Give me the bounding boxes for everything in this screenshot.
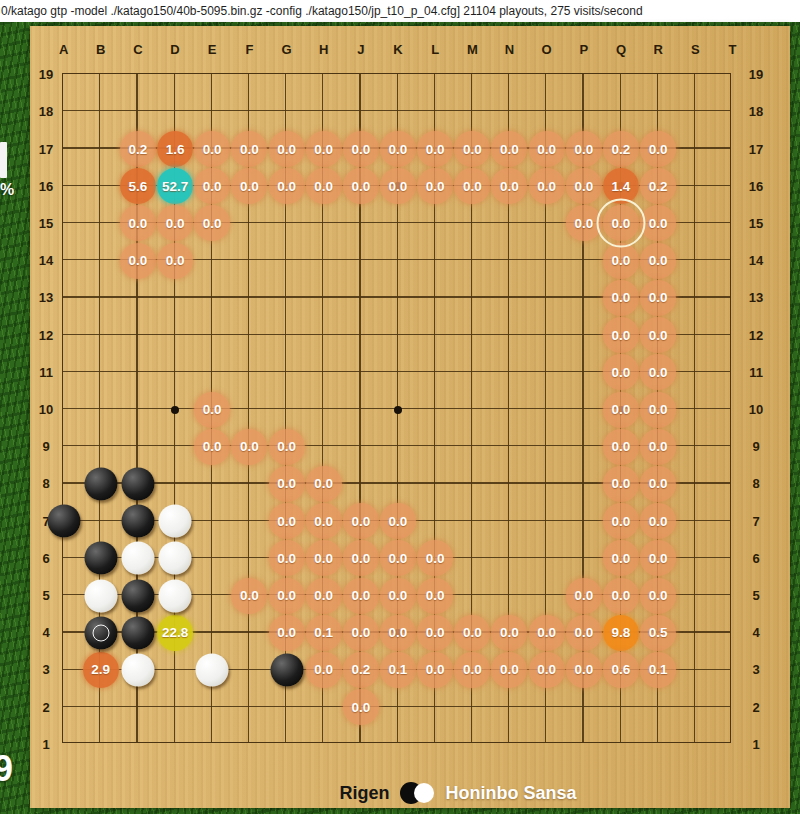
board-intersection[interactable] (119, 428, 156, 465)
analysis-move-circle[interactable]: 0.0 (157, 205, 193, 241)
analysis-move-circle[interactable]: 0.0 (640, 392, 676, 428)
board-intersection[interactable] (454, 242, 491, 279)
analysis-move-circle[interactable]: 0.0 (640, 578, 676, 614)
board-intersection[interactable] (677, 428, 714, 465)
board-intersection[interactable] (714, 354, 751, 391)
board-intersection[interactable] (528, 316, 565, 353)
analysis-move-circle[interactable]: 0.0 (343, 540, 379, 576)
analysis-move-circle[interactable]: 0.0 (306, 131, 342, 167)
board-intersection[interactable] (82, 205, 119, 242)
board-intersection[interactable] (231, 614, 268, 651)
analysis-move-circle[interactable]: 0.0 (269, 429, 305, 465)
analysis-move-circle[interactable]: 0.0 (306, 503, 342, 539)
analysis-move-circle[interactable]: 0.0 (380, 615, 416, 651)
board-intersection[interactable] (491, 354, 528, 391)
board-intersection[interactable] (82, 56, 119, 93)
analysis-move-circle[interactable]: 0.0 (231, 131, 267, 167)
board-intersection[interactable] (677, 279, 714, 316)
analysis-move-circle[interactable]: 0.0 (194, 131, 230, 167)
analysis-move-circle[interactable]: 0.0 (566, 578, 602, 614)
board-intersection[interactable] (45, 279, 82, 316)
board-intersection[interactable] (379, 354, 416, 391)
analysis-move-circle[interactable]: 0.0 (454, 168, 490, 204)
analysis-move-circle[interactable]: 0.0 (380, 578, 416, 614)
board-intersection[interactable] (45, 56, 82, 93)
analysis-move-circle[interactable]: 9.8 (603, 615, 639, 651)
analysis-move-circle[interactable]: 5.6 (120, 168, 156, 204)
board-intersection[interactable] (491, 279, 528, 316)
board-intersection[interactable] (231, 465, 268, 502)
board-intersection[interactable] (677, 614, 714, 651)
board-intersection[interactable] (231, 242, 268, 279)
board-intersection[interactable] (305, 316, 342, 353)
board-intersection[interactable] (714, 503, 751, 540)
board-intersection[interactable] (714, 205, 751, 242)
board-intersection[interactable] (640, 56, 677, 93)
analysis-move-circle[interactable]: 0.0 (491, 131, 527, 167)
board-intersection[interactable] (714, 279, 751, 316)
board-intersection[interactable] (231, 726, 268, 763)
analysis-move-circle[interactable]: 0.0 (306, 540, 342, 576)
analysis-move-circle[interactable]: 0.6 (603, 652, 639, 688)
analysis-move-circle[interactable]: 0.0 (269, 168, 305, 204)
board-intersection[interactable] (677, 391, 714, 428)
analysis-move-circle[interactable]: 0.2 (120, 131, 156, 167)
board-intersection[interactable] (156, 354, 193, 391)
analysis-move-circle[interactable]: 0.0 (269, 578, 305, 614)
analysis-move-circle[interactable]: 0.0 (603, 280, 639, 316)
board-intersection[interactable] (379, 56, 416, 93)
board-intersection[interactable] (194, 279, 231, 316)
board-intersection[interactable] (379, 93, 416, 130)
board-intersection[interactable] (268, 205, 305, 242)
board-intersection[interactable] (565, 689, 602, 726)
board-intersection[interactable] (714, 465, 751, 502)
analysis-move-circle[interactable]: 0.0 (603, 540, 639, 576)
board-intersection[interactable] (417, 93, 454, 130)
board-intersection[interactable] (119, 93, 156, 130)
board-intersection[interactable] (491, 316, 528, 353)
board-intersection[interactable] (194, 93, 231, 130)
board-intersection[interactable] (268, 726, 305, 763)
board-intersection[interactable] (82, 279, 119, 316)
board-intersection[interactable] (454, 503, 491, 540)
board-intersection[interactable] (714, 428, 751, 465)
board-intersection[interactable] (231, 391, 268, 428)
board-intersection[interactable] (417, 465, 454, 502)
analysis-move-circle[interactable]: 0.0 (640, 243, 676, 279)
board-intersection[interactable] (119, 726, 156, 763)
board-intersection[interactable] (119, 391, 156, 428)
board-intersection[interactable] (528, 391, 565, 428)
analysis-move-circle[interactable]: 0.0 (269, 131, 305, 167)
board-intersection[interactable] (454, 689, 491, 726)
board-intersection[interactable] (231, 540, 268, 577)
analysis-move-circle[interactable]: 0.0 (640, 131, 676, 167)
board-intersection[interactable] (268, 242, 305, 279)
board-intersection[interactable] (194, 577, 231, 614)
analysis-move-circle[interactable]: 0.0 (417, 168, 453, 204)
board-intersection[interactable] (714, 614, 751, 651)
board-intersection[interactable] (305, 279, 342, 316)
analysis-move-circle[interactable]: 0.0 (343, 615, 379, 651)
board-intersection[interactable] (528, 242, 565, 279)
board-intersection[interactable] (45, 465, 82, 502)
board-intersection[interactable] (45, 354, 82, 391)
board-intersection[interactable] (640, 689, 677, 726)
board-intersection[interactable] (491, 428, 528, 465)
board-intersection[interactable] (305, 242, 342, 279)
analysis-move-circle[interactable]: 0.0 (417, 652, 453, 688)
board-intersection[interactable] (342, 316, 379, 353)
board-intersection[interactable] (379, 242, 416, 279)
board-intersection[interactable] (45, 651, 82, 688)
analysis-move-circle[interactable]: 0.0 (120, 243, 156, 279)
board-intersection[interactable] (454, 540, 491, 577)
board-intersection[interactable] (528, 279, 565, 316)
board-intersection[interactable] (677, 503, 714, 540)
board-intersection[interactable] (454, 316, 491, 353)
board-intersection[interactable] (565, 391, 602, 428)
board-intersection[interactable] (194, 540, 231, 577)
analysis-move-circle[interactable]: 0.0 (566, 615, 602, 651)
board-intersection[interactable] (156, 56, 193, 93)
board-intersection[interactable] (640, 726, 677, 763)
board-intersection[interactable] (565, 540, 602, 577)
board-intersection[interactable] (156, 726, 193, 763)
analysis-move-circle[interactable]: 0.0 (640, 429, 676, 465)
board-intersection[interactable] (305, 391, 342, 428)
board-intersection[interactable] (602, 689, 639, 726)
analysis-move-circle[interactable]: 0.0 (380, 168, 416, 204)
board-intersection[interactable] (417, 205, 454, 242)
board-intersection[interactable] (491, 465, 528, 502)
board-intersection[interactable] (528, 354, 565, 391)
board-intersection[interactable] (677, 726, 714, 763)
analysis-move-circle[interactable]: 0.0 (343, 578, 379, 614)
board-intersection[interactable] (45, 316, 82, 353)
analysis-move-circle[interactable]: 0.0 (566, 652, 602, 688)
board-intersection[interactable] (602, 726, 639, 763)
analysis-move-circle[interactable]: 0.1 (380, 652, 416, 688)
board-intersection[interactable] (714, 56, 751, 93)
analysis-move-circle[interactable]: 0.0 (603, 503, 639, 539)
analysis-move-circle[interactable]: 2.9 (83, 652, 119, 688)
analysis-move-circle[interactable]: 0.0 (231, 168, 267, 204)
board-intersection[interactable] (231, 56, 268, 93)
board-intersection[interactable] (379, 205, 416, 242)
board-intersection[interactable] (305, 354, 342, 391)
board-intersection[interactable] (194, 316, 231, 353)
analysis-move-circle[interactable]: 0.2 (603, 131, 639, 167)
analysis-move-circle[interactable]: 0.0 (529, 615, 565, 651)
analysis-move-circle[interactable]: 0.0 (194, 429, 230, 465)
board-intersection[interactable] (231, 279, 268, 316)
analysis-move-circle[interactable]: 0.0 (603, 354, 639, 390)
analysis-move-circle[interactable]: 0.0 (640, 354, 676, 390)
board-intersection[interactable] (454, 465, 491, 502)
board-intersection[interactable] (379, 428, 416, 465)
analysis-move-circle[interactable]: 0.0 (306, 652, 342, 688)
board-intersection[interactable] (379, 689, 416, 726)
analysis-move-circle[interactable]: 0.2 (640, 168, 676, 204)
board-intersection[interactable] (119, 279, 156, 316)
analysis-move-circle[interactable]: 0.0 (603, 317, 639, 353)
board-intersection[interactable] (677, 205, 714, 242)
board-intersection[interactable] (194, 614, 231, 651)
board-intersection[interactable] (379, 726, 416, 763)
board-intersection[interactable] (714, 93, 751, 130)
analysis-move-circle[interactable]: 0.0 (231, 429, 267, 465)
board-intersection[interactable] (677, 651, 714, 688)
board-intersection[interactable] (268, 93, 305, 130)
board-intersection[interactable] (528, 428, 565, 465)
analysis-move-circle[interactable]: 0.0 (269, 615, 305, 651)
board-intersection[interactable] (491, 391, 528, 428)
analysis-move-circle[interactable]: 1.6 (157, 131, 193, 167)
analysis-move-circle[interactable]: 0.0 (417, 540, 453, 576)
board-intersection[interactable] (491, 577, 528, 614)
board-intersection[interactable] (156, 465, 193, 502)
board-intersection[interactable] (714, 242, 751, 279)
analysis-move-circle[interactable]: 0.1 (306, 615, 342, 651)
board-intersection[interactable] (491, 56, 528, 93)
board-intersection[interactable] (342, 93, 379, 130)
board-intersection[interactable] (454, 577, 491, 614)
board-intersection[interactable] (231, 689, 268, 726)
board-intersection[interactable] (454, 56, 491, 93)
analysis-move-circle[interactable]: 0.0 (157, 243, 193, 279)
analysis-move-circle[interactable]: 0.0 (417, 578, 453, 614)
analysis-move-circle[interactable]: 0.0 (120, 205, 156, 241)
board-intersection[interactable] (194, 503, 231, 540)
analysis-move-circle[interactable]: 0.2 (343, 652, 379, 688)
board-intersection[interactable] (305, 726, 342, 763)
board-intersection[interactable] (677, 56, 714, 93)
board-intersection[interactable] (268, 279, 305, 316)
board-intersection[interactable] (677, 130, 714, 167)
board-intersection[interactable] (45, 205, 82, 242)
board-intersection[interactable] (45, 577, 82, 614)
board-intersection[interactable] (156, 93, 193, 130)
board-intersection[interactable] (82, 391, 119, 428)
board-intersection[interactable] (156, 689, 193, 726)
board-intersection[interactable] (640, 93, 677, 130)
board-intersection[interactable] (528, 93, 565, 130)
analysis-move-circle[interactable]: 0.0 (306, 466, 342, 502)
board-intersection[interactable] (82, 689, 119, 726)
board-intersection[interactable] (156, 316, 193, 353)
black-white-stones-icon[interactable] (400, 781, 436, 805)
analysis-move-circle[interactable]: 0.0 (306, 168, 342, 204)
analysis-move-circle[interactable]: 0.0 (417, 615, 453, 651)
board-intersection[interactable] (342, 391, 379, 428)
board-intersection[interactable] (342, 205, 379, 242)
board-intersection[interactable] (45, 242, 82, 279)
board-intersection[interactable] (194, 465, 231, 502)
analysis-move-circle[interactable]: 0.0 (491, 168, 527, 204)
board-intersection[interactable] (714, 540, 751, 577)
board-intersection[interactable] (417, 56, 454, 93)
board-intersection[interactable] (714, 391, 751, 428)
analysis-move-circle[interactable]: 0.0 (343, 168, 379, 204)
board-intersection[interactable] (677, 540, 714, 577)
board-intersection[interactable] (677, 93, 714, 130)
board-intersection[interactable] (491, 205, 528, 242)
analysis-move-circle[interactable]: 0.0 (491, 615, 527, 651)
board-intersection[interactable] (342, 726, 379, 763)
board-intersection[interactable] (268, 689, 305, 726)
board-intersection[interactable] (565, 428, 602, 465)
board-intersection[interactable] (417, 726, 454, 763)
board-intersection[interactable] (454, 93, 491, 130)
analysis-move-circle[interactable]: 0.0 (454, 652, 490, 688)
analysis-move-circle[interactable]: 0.0 (269, 540, 305, 576)
board-intersection[interactable] (528, 577, 565, 614)
board-intersection[interactable] (82, 130, 119, 167)
board-intersection[interactable] (528, 503, 565, 540)
board-intersection[interactable] (82, 503, 119, 540)
board-intersection[interactable] (231, 316, 268, 353)
board-intersection[interactable] (528, 465, 565, 502)
board-intersection[interactable] (342, 56, 379, 93)
board-intersection[interactable] (82, 93, 119, 130)
analysis-move-circle[interactable]: 0.0 (454, 615, 490, 651)
board-intersection[interactable] (45, 391, 82, 428)
analysis-move-circle[interactable]: 0.0 (566, 168, 602, 204)
board-intersection[interactable] (565, 242, 602, 279)
board-intersection[interactable] (379, 279, 416, 316)
board-intersection[interactable] (565, 726, 602, 763)
board-intersection[interactable] (528, 689, 565, 726)
board-intersection[interactable] (491, 503, 528, 540)
board-intersection[interactable] (305, 93, 342, 130)
analysis-move-circle[interactable]: 0.0 (343, 689, 379, 725)
board-intersection[interactable] (45, 168, 82, 205)
board-intersection[interactable] (45, 130, 82, 167)
board-intersection[interactable] (342, 465, 379, 502)
analysis-move-circle[interactable]: 0.0 (194, 392, 230, 428)
board-intersection[interactable] (417, 316, 454, 353)
board-intersection[interactable] (454, 354, 491, 391)
board-intersection[interactable] (342, 354, 379, 391)
board-intersection[interactable] (528, 56, 565, 93)
board-intersection[interactable] (565, 56, 602, 93)
analysis-move-circle[interactable]: 0.0 (417, 131, 453, 167)
board-intersection[interactable] (714, 726, 751, 763)
board-intersection[interactable] (491, 689, 528, 726)
board-intersection[interactable] (194, 689, 231, 726)
board-intersection[interactable] (82, 242, 119, 279)
board-intersection[interactable] (119, 316, 156, 353)
analysis-move-circle[interactable]: 0.0 (491, 652, 527, 688)
board-intersection[interactable] (156, 279, 193, 316)
board-intersection[interactable] (602, 93, 639, 130)
board-intersection[interactable] (417, 279, 454, 316)
analysis-move-circle[interactable]: 0.0 (640, 205, 676, 241)
analysis-move-circle[interactable]: 0.0 (566, 131, 602, 167)
board-intersection[interactable] (417, 428, 454, 465)
board-intersection[interactable] (45, 614, 82, 651)
analysis-move-circle[interactable]: 0.0 (640, 317, 676, 353)
analysis-move-circle[interactable]: 0.0 (603, 466, 639, 502)
board-intersection[interactable] (45, 428, 82, 465)
board-intersection[interactable] (491, 242, 528, 279)
board-intersection[interactable] (305, 689, 342, 726)
board-intersection[interactable] (491, 540, 528, 577)
analysis-move-circle[interactable]: 0.0 (343, 131, 379, 167)
board-intersection[interactable] (231, 354, 268, 391)
board-intersection[interactable] (194, 242, 231, 279)
board-intersection[interactable] (45, 689, 82, 726)
board-intersection[interactable] (491, 726, 528, 763)
board-intersection[interactable] (379, 316, 416, 353)
board-intersection[interactable] (156, 428, 193, 465)
analysis-move-circle[interactable]: 0.0 (194, 168, 230, 204)
board-intersection[interactable] (342, 428, 379, 465)
board-intersection[interactable] (714, 689, 751, 726)
board-intersection[interactable] (454, 391, 491, 428)
board-intersection[interactable] (565, 93, 602, 130)
board-intersection[interactable] (231, 205, 268, 242)
board-intersection[interactable] (342, 279, 379, 316)
board-intersection[interactable] (119, 354, 156, 391)
board-intersection[interactable] (268, 391, 305, 428)
analysis-move-circle[interactable]: 0.0 (380, 540, 416, 576)
board-intersection[interactable] (565, 354, 602, 391)
board-intersection[interactable] (602, 56, 639, 93)
board-intersection[interactable] (565, 279, 602, 316)
board-intersection[interactable] (565, 503, 602, 540)
analysis-move-circle[interactable]: 0.0 (603, 392, 639, 428)
board-intersection[interactable] (342, 242, 379, 279)
analysis-move-circle[interactable]: 0.0 (603, 243, 639, 279)
board-intersection[interactable] (677, 689, 714, 726)
board-intersection[interactable] (268, 316, 305, 353)
analysis-move-circle[interactable]: 0.0 (269, 503, 305, 539)
board-intersection[interactable] (528, 540, 565, 577)
analysis-move-circle[interactable]: 22.8 (157, 615, 193, 651)
board-intersection[interactable] (268, 354, 305, 391)
board-intersection[interactable] (417, 503, 454, 540)
board-intersection[interactable] (714, 651, 751, 688)
board-intersection[interactable] (454, 726, 491, 763)
analysis-move-circle[interactable]: 0.0 (529, 652, 565, 688)
board-intersection[interactable] (82, 354, 119, 391)
board-intersection[interactable] (45, 726, 82, 763)
board-intersection[interactable] (677, 168, 714, 205)
analysis-move-circle[interactable]: 0.0 (640, 280, 676, 316)
board-intersection[interactable] (677, 242, 714, 279)
analysis-move-circle[interactable]: 0.0 (343, 503, 379, 539)
board-intersection[interactable] (528, 726, 565, 763)
board-intersection[interactable] (677, 316, 714, 353)
analysis-move-circle[interactable]: 0.0 (306, 578, 342, 614)
board-intersection[interactable] (82, 316, 119, 353)
board-intersection[interactable] (565, 316, 602, 353)
board-intersection[interactable] (305, 205, 342, 242)
board-intersection[interactable] (305, 428, 342, 465)
analysis-move-circle[interactable]: 0.0 (529, 131, 565, 167)
board-intersection[interactable] (454, 205, 491, 242)
board-intersection[interactable] (119, 56, 156, 93)
board-intersection[interactable] (379, 465, 416, 502)
analysis-move-circle[interactable]: 0.1 (640, 652, 676, 688)
board-intersection[interactable] (714, 168, 751, 205)
analysis-move-circle[interactable]: 0.0 (380, 131, 416, 167)
analysis-move-circle[interactable]: 0.0 (603, 429, 639, 465)
analysis-move-circle[interactable]: 0.0 (640, 503, 676, 539)
